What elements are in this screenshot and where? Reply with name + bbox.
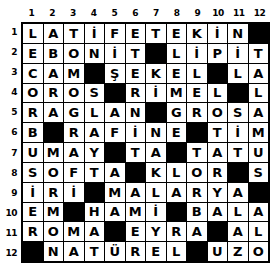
row-label-3: 3 [0, 62, 19, 82]
cell-r4c8[interactable]: M [167, 84, 187, 103]
col-label-2: 2 [42, 3, 63, 18]
cell-r6c11[interactable]: İ [228, 123, 248, 142]
cell-r12c1-black [23, 242, 43, 261]
cell-r4c1[interactable]: O [23, 84, 43, 103]
cell-r11c9[interactable]: A [187, 222, 207, 241]
cell-r3c8[interactable]: E [167, 64, 187, 83]
cell-r3c12[interactable]: A [249, 64, 269, 83]
cell-r3c4-black [85, 64, 105, 83]
row-label-11: 11 [0, 223, 19, 243]
row-label-4: 4 [0, 82, 19, 102]
cell-r11c7[interactable]: Y [146, 222, 166, 241]
cell-r3c10-black [208, 64, 228, 83]
cell-r6c12[interactable]: M [249, 123, 269, 142]
cell-r12c7[interactable]: E [146, 242, 166, 261]
cell-r3c7[interactable]: K [146, 64, 166, 83]
cell-r1c11[interactable]: N [228, 24, 248, 43]
cell-r4c10[interactable]: L [208, 84, 228, 103]
cell-r2c2[interactable]: B [44, 44, 64, 63]
cell-r4c4[interactable]: S [85, 84, 105, 103]
col-label-1: 1 [21, 3, 42, 18]
cell-r1c12-black [249, 24, 269, 43]
cell-r7c3[interactable]: A [64, 143, 84, 162]
cell-r8c8[interactable]: L [167, 163, 187, 182]
cell-r10c11[interactable]: L [228, 203, 248, 222]
cell-r5c7-black [146, 103, 166, 122]
col-label-10: 10 [208, 3, 229, 18]
cell-r3c6[interactable]: E [126, 64, 146, 83]
cell-r12c9-black [187, 242, 207, 261]
cell-r3c2[interactable]: A [44, 64, 64, 83]
cell-r5c12[interactable]: A [249, 103, 269, 122]
cell-r10c4[interactable]: H [85, 203, 105, 222]
cell-r11c10-black [208, 222, 228, 241]
cell-r3c9[interactable]: L [187, 64, 207, 83]
cell-r11c8[interactable]: R [167, 222, 187, 241]
row-label-12: 12 [0, 243, 19, 263]
cell-r2c10[interactable]: P [208, 44, 228, 63]
cell-r5c11[interactable]: S [228, 103, 248, 122]
cell-r2c5[interactable]: İ [105, 44, 125, 63]
row-label-2: 2 [0, 42, 19, 62]
cell-r7c1[interactable]: U [23, 143, 43, 162]
cell-r4c3[interactable]: O [64, 84, 84, 103]
col-label-12: 12 [249, 3, 270, 18]
cell-r2c11[interactable]: İ [228, 44, 248, 63]
cell-r3c1[interactable]: C [23, 64, 43, 83]
cell-r4c9[interactable]: E [187, 84, 207, 103]
col-label-3: 3 [63, 3, 84, 18]
cell-r9c11[interactable]: A [228, 183, 248, 202]
cell-r8c9[interactable]: O [187, 163, 207, 182]
cell-r9c10[interactable]: Y [208, 183, 228, 202]
cell-r10c5[interactable]: A [105, 203, 125, 222]
cell-r8c1[interactable]: S [23, 163, 43, 182]
cell-r1c1[interactable]: L [23, 24, 43, 43]
crossword-page: 123456789101112 123456789101112 LATİFETE… [0, 0, 277, 279]
cell-r2c6[interactable]: T [126, 44, 146, 63]
cell-r2c8[interactable]: L [167, 44, 187, 63]
cell-r10c3-black [64, 203, 84, 222]
cell-r12c3[interactable]: A [64, 242, 84, 261]
cell-r11c5-black [105, 222, 125, 241]
cell-r10c1[interactable]: E [23, 203, 43, 222]
cell-r9c1[interactable]: İ [23, 183, 43, 202]
cell-r8c6-black [126, 163, 146, 182]
cell-r2c3[interactable]: O [64, 44, 84, 63]
col-label-5: 5 [104, 3, 125, 18]
row-label-6: 6 [0, 122, 19, 142]
column-labels: 123456789101112 [21, 3, 270, 18]
cell-r5c9[interactable]: R [187, 103, 207, 122]
cell-r8c10[interactable]: R [208, 163, 228, 182]
cell-r12c2[interactable]: N [44, 242, 64, 261]
cell-r1c6[interactable]: E [126, 24, 146, 43]
cell-r9c3[interactable]: İ [64, 183, 84, 202]
col-label-9: 9 [187, 3, 208, 18]
cell-r7c6[interactable]: T [126, 143, 146, 162]
cell-r1c4[interactable]: İ [85, 24, 105, 43]
row-label-9: 9 [0, 183, 19, 203]
cell-r4c7[interactable]: İ [146, 84, 166, 103]
cell-r1c5[interactable]: F [105, 24, 125, 43]
col-label-7: 7 [146, 3, 167, 18]
row-label-8: 8 [0, 163, 19, 183]
cell-r5c3[interactable]: G [64, 103, 84, 122]
cell-r3c3[interactable]: M [64, 64, 84, 83]
cell-r1c3[interactable]: T [64, 24, 84, 43]
cell-r10c9[interactable]: B [187, 203, 207, 222]
cell-r7c4[interactable]: Y [85, 143, 105, 162]
cell-r8c3[interactable]: F [64, 163, 84, 182]
cell-r9c4-black [85, 183, 105, 202]
cell-r8c4[interactable]: T [85, 163, 105, 182]
cell-r6c3[interactable]: R [64, 123, 84, 142]
cell-r9c5[interactable]: M [105, 183, 125, 202]
cell-r12c5[interactable]: Ü [105, 242, 125, 261]
col-label-8: 8 [166, 3, 187, 18]
row-label-10: 10 [0, 203, 19, 223]
cell-r1c9[interactable]: K [187, 24, 207, 43]
cell-r5c1[interactable]: R [23, 103, 43, 122]
cell-r7c10[interactable]: A [208, 143, 228, 162]
cell-r5c2[interactable]: A [44, 103, 64, 122]
cell-r10c2[interactable]: M [44, 203, 64, 222]
cell-r5c6[interactable]: N [126, 103, 146, 122]
cell-r10c6[interactable]: M [126, 203, 146, 222]
cell-r11c4[interactable]: A [85, 222, 105, 241]
cell-r12c11[interactable]: Z [228, 242, 248, 261]
cell-r11c11[interactable]: A [228, 222, 248, 241]
cell-r8c7[interactable]: K [146, 163, 166, 182]
cell-r6c5[interactable]: F [105, 123, 125, 142]
cell-r11c2[interactable]: O [44, 222, 64, 241]
cell-r6c10[interactable]: T [208, 123, 228, 142]
cell-r4c12[interactable]: L [249, 84, 269, 103]
cell-r12c12[interactable]: O [249, 242, 269, 261]
cell-r6c4[interactable]: A [85, 123, 105, 142]
cell-r4c5-black [105, 84, 125, 103]
cell-r1c2[interactable]: A [44, 24, 64, 43]
cell-r1c10[interactable]: İ [208, 24, 228, 43]
col-label-4: 4 [83, 3, 104, 18]
cell-r10c8-black [167, 203, 187, 222]
cell-r7c5-black [105, 143, 125, 162]
cell-r9c9[interactable]: R [187, 183, 207, 202]
cell-r6c8[interactable]: E [167, 123, 187, 142]
cell-r6c2-black [44, 123, 64, 142]
cell-r1c8[interactable]: E [167, 24, 187, 43]
cell-r10c10[interactable]: A [208, 203, 228, 222]
cell-r8c2[interactable]: O [44, 163, 64, 182]
cell-r6c1[interactable]: B [23, 123, 43, 142]
cell-r6c7[interactable]: N [146, 123, 166, 142]
cell-r6c9-black [187, 123, 207, 142]
cell-r7c7[interactable]: A [146, 143, 166, 162]
cell-r3c11[interactable]: L [228, 64, 248, 83]
cell-r10c7[interactable]: İ [146, 203, 166, 222]
cell-r4c6[interactable]: R [126, 84, 146, 103]
cell-r9c6[interactable]: A [126, 183, 146, 202]
cell-r7c8-black [167, 143, 187, 162]
cell-r6c6[interactable]: İ [126, 123, 146, 142]
cell-r7c2[interactable]: M [44, 143, 64, 162]
row-label-5: 5 [0, 102, 19, 122]
cell-r2c4[interactable]: N [85, 44, 105, 63]
cell-r2c7-black [146, 44, 166, 63]
cell-r4c11-black [228, 84, 248, 103]
cell-r11c3[interactable]: M [64, 222, 84, 241]
row-label-7: 7 [0, 143, 19, 163]
cell-r5c5[interactable]: A [105, 103, 125, 122]
cell-r8c12[interactable]: S [249, 163, 269, 182]
cell-r5c8[interactable]: G [167, 103, 187, 122]
cell-r2c1[interactable]: E [23, 44, 43, 63]
cell-r10c12[interactable]: A [249, 203, 269, 222]
row-label-1: 1 [0, 22, 19, 42]
cell-r12c4[interactable]: T [85, 242, 105, 261]
cell-r11c6[interactable]: E [126, 222, 146, 241]
cell-r11c1[interactable]: R [23, 222, 43, 241]
cell-r9c2[interactable]: R [44, 183, 64, 202]
cell-r1c7[interactable]: T [146, 24, 166, 43]
cell-r8c5[interactable]: A [105, 163, 125, 182]
cell-r12c10[interactable]: U [208, 242, 228, 261]
cell-r12c6[interactable]: R [126, 242, 146, 261]
cell-r9c8[interactable]: A [167, 183, 187, 202]
row-labels: 123456789101112 [0, 22, 19, 263]
cell-r3c5[interactable]: Ş [105, 64, 125, 83]
col-label-11: 11 [229, 3, 250, 18]
cell-r2c12[interactable]: T [249, 44, 269, 63]
cell-r12c8[interactable]: L [167, 242, 187, 261]
cell-r7c9[interactable]: T [187, 143, 207, 162]
cell-r8c11-black [228, 163, 248, 182]
cell-r7c12[interactable]: U [249, 143, 269, 162]
cell-r5c10[interactable]: O [208, 103, 228, 122]
cell-r7c11[interactable]: T [228, 143, 248, 162]
cell-r9c12-black [249, 183, 269, 202]
cell-r9c7[interactable]: L [146, 183, 166, 202]
cell-r11c12[interactable]: L [249, 222, 269, 241]
col-label-6: 6 [125, 3, 146, 18]
crossword-grid: LATİFETEKİNEBONİTLİPİTCAMŞEKELLAOROSRİME… [21, 22, 270, 263]
cell-r4c2[interactable]: R [44, 84, 64, 103]
cell-r2c9[interactable]: İ [187, 44, 207, 63]
cell-r5c4[interactable]: L [85, 103, 105, 122]
